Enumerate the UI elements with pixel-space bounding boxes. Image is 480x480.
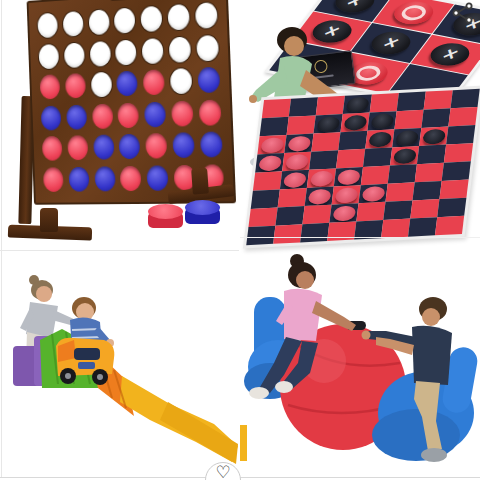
red-checker — [310, 170, 334, 186]
red-disc — [42, 136, 63, 161]
blue-disc — [93, 135, 114, 160]
photo-giant-checkers[interactable]: ✕✕✕✕✕ — [240, 0, 480, 237]
checkers-square — [336, 149, 365, 169]
blue-disc — [119, 134, 141, 160]
checkers-square — [415, 163, 444, 183]
checkers-square — [273, 224, 302, 244]
checkers-square — [327, 221, 356, 241]
checkers-mat — [243, 86, 480, 249]
empty-slot — [168, 4, 190, 31]
left-border — [1, 0, 2, 478]
blue-disc — [200, 132, 223, 158]
red-checker — [336, 169, 360, 185]
checkers-square — [248, 208, 277, 228]
black-checker — [345, 96, 369, 112]
checkers-square — [329, 203, 358, 223]
checkers-square — [394, 110, 423, 130]
photo-connect-four[interactable] — [0, 0, 240, 250]
checkers-square — [316, 96, 345, 116]
red-checker — [287, 135, 311, 151]
divider-right — [240, 237, 480, 238]
empty-slot — [89, 41, 110, 67]
blue-disc — [117, 71, 139, 97]
checkers-square — [419, 126, 448, 146]
checkers-square — [253, 171, 282, 191]
coaster-track — [13, 329, 238, 464]
checkers-square — [363, 147, 392, 167]
empty-slot — [196, 35, 219, 62]
checkers-square — [275, 206, 304, 226]
ride-on-car — [56, 297, 114, 385]
checkers-square — [392, 128, 421, 148]
checkers-square — [314, 114, 343, 134]
x-piece: ✕ — [365, 29, 416, 57]
checkers-square — [287, 115, 316, 135]
checkers-square — [417, 145, 446, 165]
share-icon[interactable] — [451, 2, 475, 24]
photo-roller-coaster[interactable] — [0, 250, 240, 477]
checkers-square — [278, 188, 307, 208]
spare-red-disc — [148, 212, 183, 228]
empty-slot — [90, 72, 111, 98]
black-checker — [422, 128, 446, 144]
checkers-square — [282, 152, 311, 172]
checkers-square — [307, 168, 336, 188]
checkers-square — [302, 205, 331, 225]
seesaw-scene-svg — [240, 245, 480, 477]
checkers-square — [305, 187, 334, 207]
checkers-square — [343, 94, 372, 114]
checkers-square — [284, 134, 313, 154]
checkers-square — [370, 93, 399, 113]
checkers-square — [255, 153, 284, 173]
empty-slot — [88, 9, 109, 35]
checkers-square — [280, 170, 309, 190]
checkers-square — [334, 167, 363, 187]
spare-blue-disc — [185, 208, 220, 224]
red-checker — [283, 171, 307, 187]
empty-slot — [141, 6, 163, 32]
blue-disc — [68, 167, 89, 192]
red-disc — [92, 103, 113, 128]
checkers-square — [356, 202, 385, 222]
checkers-square — [386, 182, 415, 202]
checkers-square — [309, 150, 338, 170]
empty-slot — [115, 39, 137, 65]
checkers-square — [439, 179, 468, 199]
empty-slot — [142, 38, 164, 64]
red-disc — [143, 70, 165, 96]
checkers-square — [448, 107, 477, 127]
checkers-square — [412, 181, 441, 201]
checkers-square — [251, 189, 280, 209]
x-piece: ✕ — [329, 0, 380, 16]
checkers-square — [338, 131, 367, 151]
checkers-square — [300, 223, 329, 243]
checkers-square — [311, 132, 340, 152]
checkers-square — [444, 143, 473, 163]
red-disc — [120, 166, 142, 191]
checkers-square — [289, 97, 318, 117]
red-checker — [260, 137, 284, 153]
adjacent-photo-bleed — [240, 425, 247, 461]
checkers-square — [367, 111, 396, 131]
blue-disc — [94, 166, 115, 191]
red-checker — [285, 153, 309, 169]
photo-inflatable-seesaw[interactable] — [240, 245, 480, 477]
empty-slot — [38, 44, 59, 69]
blue-disc — [147, 165, 169, 191]
checkers-square — [365, 129, 394, 149]
checkers-square — [446, 125, 475, 145]
blue-disc — [173, 132, 195, 158]
checkers-square — [442, 161, 471, 181]
red-disc — [65, 73, 86, 98]
divider-left — [0, 250, 239, 251]
empty-slot — [114, 8, 136, 34]
empty-slot — [170, 68, 192, 94]
black-checker — [368, 131, 392, 147]
checkers-square — [383, 200, 412, 220]
checkers-square — [257, 135, 286, 155]
black-checker — [370, 113, 394, 129]
empty-slot — [37, 13, 58, 39]
product-gallery: ✕✕✕✕✕ — [0, 0, 480, 480]
blue-disc — [41, 105, 62, 130]
red-checker — [334, 187, 358, 203]
red-checker — [258, 155, 282, 171]
red-disc — [43, 167, 64, 192]
o-piece — [388, 0, 439, 27]
red-checker — [307, 188, 331, 204]
red-checker — [361, 185, 385, 201]
checkers-square — [340, 113, 369, 133]
checkers-square — [424, 90, 453, 110]
checkers-square — [437, 198, 466, 218]
blue-disc — [144, 101, 166, 127]
checkers-square — [421, 108, 450, 128]
checkers-square — [381, 219, 410, 239]
red-disc — [146, 133, 168, 159]
empty-slot — [62, 11, 83, 37]
roller-coaster-scene — [0, 250, 240, 477]
checkers-square — [260, 117, 289, 137]
black-checker — [395, 130, 419, 146]
checkers-square — [246, 226, 275, 246]
board-right-foot-riser — [191, 167, 209, 194]
checkers-square — [361, 166, 390, 186]
checkers-square — [397, 92, 426, 112]
empty-slot — [169, 36, 191, 62]
checkers-square — [451, 89, 480, 109]
red-disc — [118, 102, 140, 128]
red-disc — [199, 99, 222, 125]
red-checker — [332, 205, 356, 221]
board-left-foot-riser — [40, 208, 58, 232]
black-checker — [316, 116, 340, 132]
checkers-square — [359, 184, 388, 204]
checkers-square — [408, 217, 437, 237]
checkers-square — [388, 164, 417, 184]
blue-disc — [198, 67, 221, 94]
checkers-square — [410, 199, 439, 219]
heart-icon: ♡ — [215, 463, 230, 480]
checkers-square — [435, 216, 464, 236]
empty-slot — [64, 42, 85, 68]
checkers-square — [262, 99, 291, 119]
red-disc — [40, 74, 61, 99]
blue-disc — [66, 104, 87, 129]
empty-slot — [195, 2, 218, 29]
red-disc — [171, 100, 193, 126]
checkers-square — [332, 185, 361, 205]
red-disc — [67, 135, 88, 160]
black-checker — [393, 148, 417, 164]
black-checker — [343, 114, 367, 130]
x-piece: ✕ — [425, 40, 476, 68]
checkers-square — [390, 146, 419, 166]
